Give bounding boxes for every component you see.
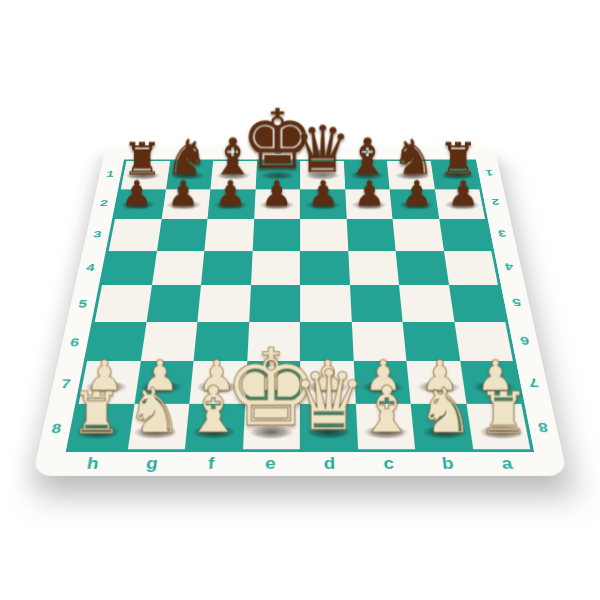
shadow-d1 [305, 171, 339, 180]
square-g5[interactable] [146, 285, 201, 322]
product-photo-scene: 12345678 12345678 hgfedcba hgfedcba ♜♞♝♚… [0, 0, 600, 600]
square-d5[interactable] [300, 285, 351, 322]
shadow-a1 [439, 171, 474, 180]
square-f4[interactable] [201, 251, 252, 285]
file-label-near-d: d [300, 452, 360, 476]
shadow-b1 [395, 171, 430, 180]
piece-white-queen-d8[interactable]: ♛ [292, 359, 367, 442]
rank-label-right-1: 1 [476, 159, 503, 187]
file-labels-far: hgfedcba [124, 147, 476, 160]
square-c5[interactable] [350, 285, 403, 322]
piece-white-rook-a8[interactable]: ♜ [477, 385, 529, 443]
file-label-near-a: a [476, 452, 539, 476]
square-b4[interactable] [396, 251, 449, 285]
square-d4[interactable] [300, 251, 350, 285]
file-labels-near: hgfedcba [61, 452, 539, 476]
file-label-near-f: f [180, 452, 241, 476]
file-label-near-b: b [417, 452, 479, 476]
file-label-far-a: a [430, 147, 476, 160]
square-g3[interactable] [157, 219, 208, 251]
square-c3[interactable] [346, 219, 395, 251]
shadow-e1 [260, 171, 294, 180]
file-label-far-c: c [343, 147, 388, 160]
square-g4[interactable] [152, 251, 205, 285]
square-d3[interactable] [300, 219, 348, 251]
file-label-far-e: e [256, 147, 300, 160]
file-label-near-e: e [240, 452, 300, 476]
square-a4[interactable] [443, 251, 498, 285]
square-a5[interactable] [449, 285, 506, 322]
square-f3[interactable] [204, 219, 253, 251]
shadow-c1 [350, 171, 385, 180]
file-label-near-h: h [61, 452, 124, 476]
shadow-d2 [306, 201, 341, 210]
file-label-far-f: f [212, 147, 257, 160]
file-label-far-b: b [387, 147, 432, 160]
square-h3[interactable] [109, 219, 162, 251]
shadow-a2 [444, 201, 481, 210]
square-b5[interactable] [399, 285, 454, 322]
piece-white-rook-h8[interactable]: ♜ [71, 385, 123, 443]
piece-white-knight-b8[interactable]: ♞ [417, 380, 473, 442]
square-a3[interactable] [439, 219, 492, 251]
rank-label-right-2: 2 [482, 188, 510, 218]
piece-white-bishop-c8[interactable]: ♝ [358, 378, 416, 443]
square-e3[interactable] [252, 219, 300, 251]
file-label-far-d: d [300, 147, 344, 160]
square-e4[interactable] [251, 251, 301, 285]
piece-white-knight-g8[interactable]: ♞ [127, 380, 183, 442]
file-label-far-h: h [124, 147, 170, 160]
square-h5[interactable] [95, 285, 152, 322]
square-h4[interactable] [102, 251, 157, 285]
shadow-b2 [398, 201, 434, 210]
shadow-e2 [259, 201, 294, 210]
square-b3[interactable] [393, 219, 444, 251]
square-f5[interactable] [197, 285, 250, 322]
file-label-near-g: g [121, 452, 183, 476]
file-label-far-g: g [168, 147, 213, 160]
square-c4[interactable] [348, 251, 399, 285]
file-label-near-c: c [359, 452, 420, 476]
square-e5[interactable] [249, 285, 300, 322]
shadow-c2 [352, 201, 388, 210]
chess-mat: 12345678 12345678 hgfedcba hgfedcba ♜♞♝♚… [32, 147, 567, 476]
